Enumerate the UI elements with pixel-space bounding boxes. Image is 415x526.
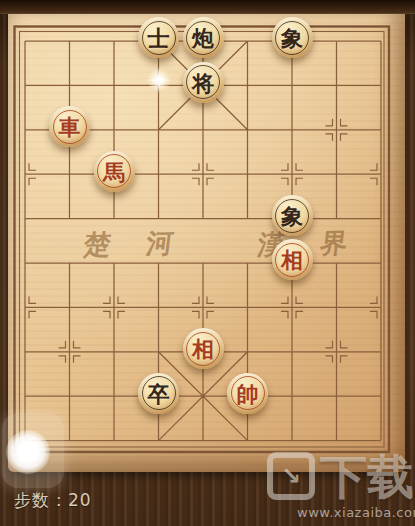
black-advisor[interactable]: 士 [138,17,179,58]
black-pawn[interactable]: 卒 [138,373,179,414]
watermark-logo-icon: ↘ [267,452,315,500]
xiangqi-app-screen: 楚 河 漢 界 士炮象将車馬象相相卒帥 步数：20 ↘ 下载吧 www.xiaz… [0,0,415,526]
piece-label: 象 [281,27,303,49]
black-elephant[interactable]: 象 [272,17,313,58]
red-elephant-2[interactable]: 相 [183,328,224,369]
xiangqi-board[interactable]: 士炮象将車馬象相相卒帥 [3,19,404,463]
watermark-title: 下载吧 [320,453,415,500]
move-counter-label: 步数： [14,490,68,510]
red-elephant[interactable]: 相 [272,239,313,280]
piece-label: 帥 [237,383,259,405]
black-general[interactable]: 将 [183,62,224,103]
red-horse[interactable]: 馬 [94,151,135,192]
piece-label: 象 [281,205,303,227]
red-chariot[interactable]: 車 [49,106,90,147]
glow-orb-icon [6,430,50,474]
piece-label: 将 [192,72,214,94]
piece-label: 相 [281,249,303,271]
move-counter-value: 20 [68,490,92,510]
piece-label: 馬 [103,161,125,183]
sparkle-icon [144,65,174,95]
move-counter: 步数：20 [14,489,92,512]
board-top-frame [0,0,415,14]
piece-label: 卒 [148,383,170,405]
download-arrow-icon: ↘ [281,464,301,488]
piece-label: 車 [59,116,81,138]
piece-label: 炮 [192,27,214,49]
black-elephant-2[interactable]: 象 [272,195,313,236]
piece-label: 士 [148,27,170,49]
piece-label: 相 [192,338,214,360]
red-general[interactable]: 帥 [227,373,268,414]
black-cannon[interactable]: 炮 [183,17,224,58]
watermark: ↘ 下载吧 [267,452,415,500]
watermark-url: www.xiazaiba.com [297,505,415,520]
floating-action-button[interactable] [2,413,64,488]
